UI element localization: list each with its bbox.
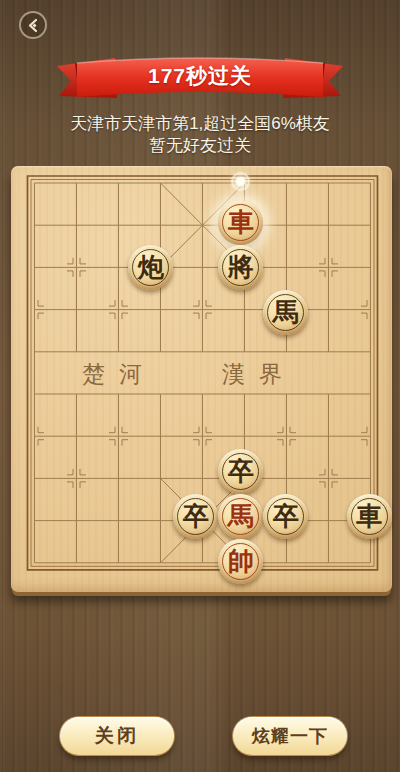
piece-red-車[interactable]: 車 [218, 200, 263, 245]
pieces-layer: 車炮將馬卒卒馬卒車帥 [14, 162, 392, 584]
xiangqi-board[interactable]: 車炮將馬卒卒馬卒車帥 [11, 166, 392, 592]
river-label-right: 漢界 [222, 359, 296, 390]
banner-title: 177秒过关 [45, 57, 355, 95]
piece-black-馬[interactable]: 馬 [263, 290, 308, 335]
piece-black-卒[interactable]: 卒 [173, 494, 218, 539]
piece-red-帥[interactable]: 帥 [218, 539, 263, 584]
piece-red-馬[interactable]: 馬 [218, 494, 263, 539]
friends-status: 暂无好友过关 [0, 134, 400, 157]
river-label-left: 楚河 [82, 359, 156, 390]
piece-black-卒[interactable]: 卒 [218, 449, 263, 494]
piece-black-炮[interactable]: 炮 [128, 245, 173, 290]
back-chevron-icon [26, 18, 41, 33]
back-button[interactable] [19, 11, 47, 39]
piece-black-將[interactable]: 將 [218, 245, 263, 290]
piece-black-車[interactable]: 車 [347, 494, 392, 539]
last-move-from-marker [236, 177, 245, 186]
brag-button[interactable]: 炫耀一下 [233, 717, 347, 755]
game-result-screen: 177秒过关 天津市天津市第1,超过全国6%棋友 暂无好友过关 車炮將馬卒卒馬卒… [0, 0, 400, 772]
close-button[interactable]: 关闭 [60, 717, 174, 755]
piece-black-卒[interactable]: 卒 [263, 494, 308, 539]
rank-summary: 天津市天津市第1,超过全国6%棋友 [0, 112, 400, 135]
